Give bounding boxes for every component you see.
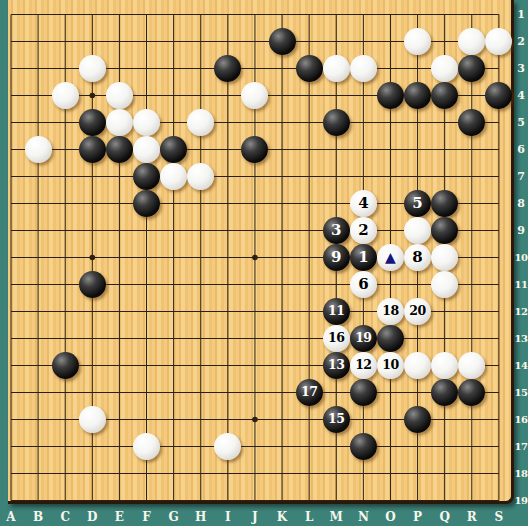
white-stone-p9 [404,217,431,244]
column-label-p: P [408,511,428,523]
white-stone-g7 [160,163,187,190]
move-number: 5 [412,196,422,211]
white-stone-e5 [106,109,133,136]
black-stone-p16 [404,406,431,433]
black-stone-l15: 17 [296,379,323,406]
move-number: 1 [358,250,368,265]
white-stone-o14: 10 [377,352,404,379]
row-label-10: 10 [514,252,528,264]
white-stone-d16 [79,406,106,433]
white-stone-c4 [52,82,79,109]
row-label-3: 3 [514,63,528,75]
column-label-l: L [299,511,319,523]
black-stone-d11 [79,271,106,298]
column-label-b: B [28,511,48,523]
row-label-15: 15 [514,387,528,399]
go-kifu-viewer: 453291▲8611182016191312101715ABCDEFGHIJK… [0,0,528,526]
row-label-1: 1 [514,9,528,21]
row-label-19: 19 [514,495,528,507]
triangle-marker-icon: ▲ [385,250,396,264]
black-stone-g6 [160,136,187,163]
column-label-c: C [55,511,75,523]
black-stone-q4 [431,82,458,109]
black-stone-m16: 15 [323,406,350,433]
move-number: 13 [328,359,344,372]
white-stone-p10: 8 [404,244,431,271]
black-stone-m9: 3 [323,217,350,244]
row-label-9: 9 [514,225,528,237]
black-stone-f7 [133,163,160,190]
move-number: 12 [355,359,371,372]
move-number: 20 [409,305,425,318]
white-stone-n8: 4 [350,190,377,217]
move-number: 18 [382,305,398,318]
move-number: 10 [382,359,398,372]
column-label-m: M [326,511,346,523]
row-label-11: 11 [514,279,528,291]
white-stone-f5 [133,109,160,136]
move-number: 2 [358,223,368,238]
white-stone-o10: ▲ [377,244,404,271]
white-stone-q10 [431,244,458,271]
black-stone-m10: 9 [323,244,350,271]
white-stone-m3 [323,55,350,82]
black-stone-n13: 19 [350,325,377,352]
white-stone-p12: 20 [404,298,431,325]
black-stone-d5 [79,109,106,136]
black-stone-d6 [79,136,106,163]
row-label-8: 8 [514,198,528,210]
row-label-4: 4 [514,90,528,102]
black-stone-o4 [377,82,404,109]
white-stone-p14 [404,352,431,379]
black-stone-m5 [323,109,350,136]
black-stone-q9 [431,217,458,244]
white-stone-b6 [25,136,52,163]
white-stone-q3 [431,55,458,82]
black-stone-m14: 13 [323,352,350,379]
row-label-14: 14 [514,360,528,372]
move-number: 15 [328,413,344,426]
move-number: 4 [358,196,368,211]
white-stone-f17 [133,433,160,460]
white-stone-e4 [106,82,133,109]
column-label-h: H [191,511,211,523]
black-stone-e6 [106,136,133,163]
column-label-d: D [82,511,102,523]
white-stone-n14: 12 [350,352,377,379]
white-stone-o12: 18 [377,298,404,325]
move-number: 11 [328,305,344,318]
row-label-18: 18 [514,468,528,480]
black-stone-p8: 5 [404,190,431,217]
row-label-5: 5 [514,117,528,129]
white-stone-f6 [133,136,160,163]
move-number: 19 [355,332,371,345]
black-stone-m12: 11 [323,298,350,325]
row-label-6: 6 [514,144,528,156]
column-label-s: S [489,511,509,523]
black-stone-p4 [404,82,431,109]
black-stone-f8 [133,190,160,217]
column-label-g: G [164,511,184,523]
column-label-k: K [272,511,292,523]
black-stone-l3 [296,55,323,82]
move-number: 6 [358,277,368,292]
row-label-16: 16 [514,414,528,426]
column-label-j: J [245,511,265,523]
move-number: 16 [328,332,344,345]
white-stone-n11: 6 [350,271,377,298]
black-stone-o13 [377,325,404,352]
row-label-17: 17 [514,441,528,453]
black-stone-k2 [269,28,296,55]
row-label-13: 13 [514,333,528,345]
black-stone-c14 [52,352,79,379]
black-stone-q8 [431,190,458,217]
white-stone-m13: 16 [323,325,350,352]
black-stone-n10: 1 [350,244,377,271]
white-stone-n3 [350,55,377,82]
row-label-2: 2 [514,36,528,48]
column-label-f: F [137,511,157,523]
black-stone-n15 [350,379,377,406]
white-stone-q14 [431,352,458,379]
white-stone-d3 [79,55,106,82]
move-number: 8 [412,250,422,265]
move-number: 17 [301,386,317,399]
column-label-e: E [109,511,129,523]
white-stone-p2 [404,28,431,55]
white-stone-n9: 2 [350,217,377,244]
move-number: 9 [331,250,341,265]
black-stone-n17 [350,433,377,460]
row-label-12: 12 [514,306,528,318]
column-label-q: Q [435,511,455,523]
white-stone-q11 [431,271,458,298]
move-number: 3 [331,223,341,238]
column-label-i: I [218,511,238,523]
column-label-a: A [1,511,21,523]
black-stone-q15 [431,379,458,406]
column-label-o: O [380,511,400,523]
column-label-n: N [353,511,373,523]
column-label-r: R [462,511,482,523]
row-label-7: 7 [514,171,528,183]
